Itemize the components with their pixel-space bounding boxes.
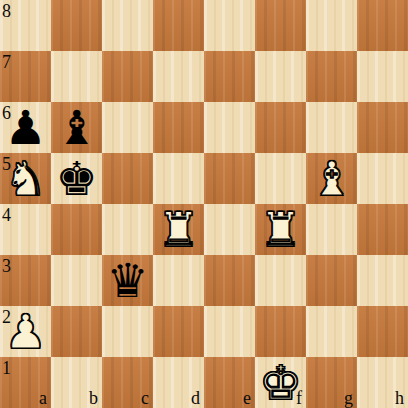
square-d3[interactable] (153, 255, 204, 306)
white-rook[interactable]: ♜ (153, 204, 204, 255)
square-d6[interactable] (153, 102, 204, 153)
square-c6[interactable] (102, 102, 153, 153)
square-c1[interactable]: c (102, 357, 153, 408)
square-b8[interactable] (51, 0, 102, 51)
rank-label-4: 4 (2, 206, 11, 224)
square-c4[interactable] (102, 204, 153, 255)
square-f7[interactable] (255, 51, 306, 102)
square-h2[interactable] (357, 306, 408, 357)
white-knight[interactable]: ♞ (0, 153, 51, 204)
square-g1[interactable]: g (306, 357, 357, 408)
square-b7[interactable] (51, 51, 102, 102)
white-rook[interactable]: ♜ (255, 204, 306, 255)
square-e8[interactable] (204, 0, 255, 51)
square-h1[interactable]: h (357, 357, 408, 408)
square-d4[interactable]: ♜ (153, 204, 204, 255)
square-e5[interactable] (204, 153, 255, 204)
square-e4[interactable] (204, 204, 255, 255)
square-a8[interactable]: 8 (0, 0, 51, 51)
square-f6[interactable] (255, 102, 306, 153)
square-c3[interactable]: ♛ (102, 255, 153, 306)
file-label-h: h (395, 389, 404, 407)
square-g8[interactable] (306, 0, 357, 51)
square-f5[interactable] (255, 153, 306, 204)
chess-board: 876♟♝5♞♚♝4♜♜3♛2♟1abcdef♚gh (0, 0, 408, 408)
file-label-e: e (243, 389, 251, 407)
square-d1[interactable]: d (153, 357, 204, 408)
square-a3[interactable]: 3 (0, 255, 51, 306)
square-c5[interactable] (102, 153, 153, 204)
file-label-d: d (191, 389, 200, 407)
rank-label-8: 8 (2, 2, 11, 20)
square-c7[interactable] (102, 51, 153, 102)
square-f4[interactable]: ♜ (255, 204, 306, 255)
square-d7[interactable] (153, 51, 204, 102)
square-g2[interactable] (306, 306, 357, 357)
square-h5[interactable] (357, 153, 408, 204)
square-e3[interactable] (204, 255, 255, 306)
square-g5[interactable]: ♝ (306, 153, 357, 204)
square-a5[interactable]: 5♞ (0, 153, 51, 204)
rank-label-7: 7 (2, 53, 11, 71)
rank-label-3: 3 (2, 257, 11, 275)
square-f1[interactable]: f♚ (255, 357, 306, 408)
black-king[interactable]: ♚ (51, 153, 102, 204)
file-label-a: a (39, 389, 47, 407)
square-h3[interactable] (357, 255, 408, 306)
square-b4[interactable] (51, 204, 102, 255)
square-a7[interactable]: 7 (0, 51, 51, 102)
square-e2[interactable] (204, 306, 255, 357)
white-pawn[interactable]: ♟ (0, 306, 51, 357)
square-d2[interactable] (153, 306, 204, 357)
square-g6[interactable] (306, 102, 357, 153)
square-f3[interactable] (255, 255, 306, 306)
file-label-g: g (344, 389, 353, 407)
square-b5[interactable]: ♚ (51, 153, 102, 204)
square-g3[interactable] (306, 255, 357, 306)
square-f8[interactable] (255, 0, 306, 51)
white-bishop[interactable]: ♝ (306, 153, 357, 204)
square-b2[interactable] (51, 306, 102, 357)
square-f2[interactable] (255, 306, 306, 357)
square-g4[interactable] (306, 204, 357, 255)
square-b1[interactable]: b (51, 357, 102, 408)
file-label-c: c (141, 389, 149, 407)
black-bishop[interactable]: ♝ (51, 102, 102, 153)
square-e1[interactable]: e (204, 357, 255, 408)
square-b3[interactable] (51, 255, 102, 306)
square-d8[interactable] (153, 0, 204, 51)
rank-label-1: 1 (2, 359, 11, 377)
square-e6[interactable] (204, 102, 255, 153)
square-h8[interactable] (357, 0, 408, 51)
black-queen[interactable]: ♛ (102, 255, 153, 306)
square-h6[interactable] (357, 102, 408, 153)
square-c8[interactable] (102, 0, 153, 51)
square-a2[interactable]: 2♟ (0, 306, 51, 357)
square-b6[interactable]: ♝ (51, 102, 102, 153)
square-h7[interactable] (357, 51, 408, 102)
white-king[interactable]: ♚ (255, 357, 306, 408)
square-e7[interactable] (204, 51, 255, 102)
black-pawn[interactable]: ♟ (0, 102, 51, 153)
square-a6[interactable]: 6♟ (0, 102, 51, 153)
square-d5[interactable] (153, 153, 204, 204)
square-a1[interactable]: 1a (0, 357, 51, 408)
square-c2[interactable] (102, 306, 153, 357)
file-label-b: b (89, 389, 98, 407)
square-a4[interactable]: 4 (0, 204, 51, 255)
square-h4[interactable] (357, 204, 408, 255)
square-g7[interactable] (306, 51, 357, 102)
